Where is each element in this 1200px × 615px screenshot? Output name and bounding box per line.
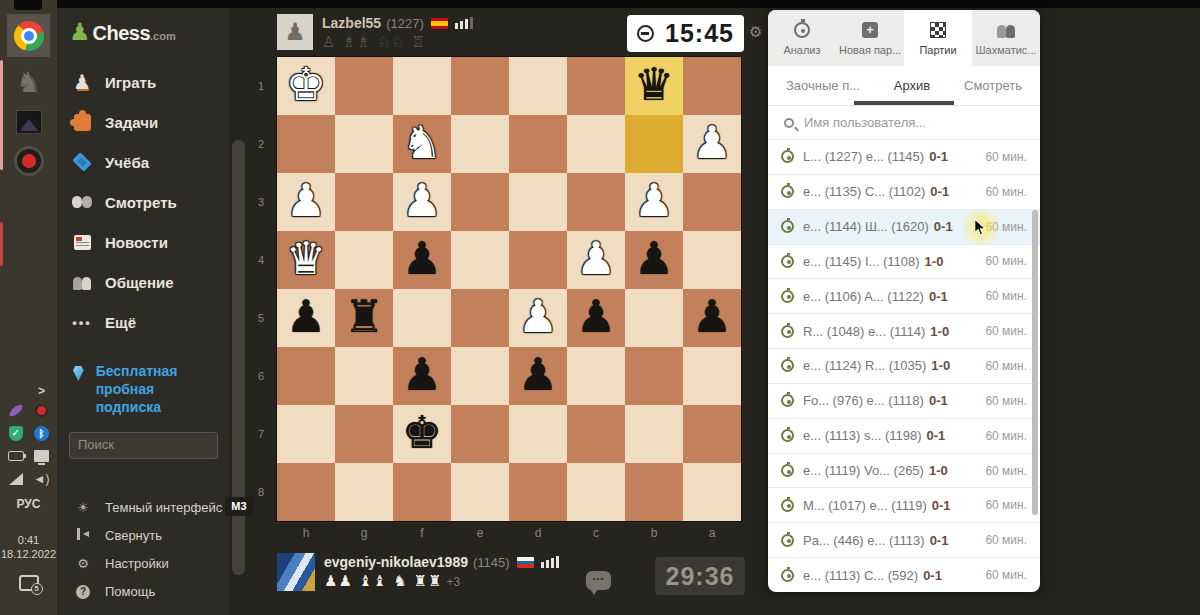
black-pawn[interactable]: ♟: [567, 289, 625, 347]
game-time-control: 60 мин.: [985, 254, 1027, 268]
network-icon[interactable]: [8, 471, 24, 487]
logo-domain: .com: [150, 30, 176, 42]
volume-icon[interactable]: ◄): [34, 471, 50, 487]
game-result: 0-1: [934, 219, 953, 234]
square-c2[interactable]: [567, 115, 625, 173]
photos-app-icon[interactable]: [0, 110, 57, 138]
square-a8[interactable]: [683, 463, 741, 521]
logo-pawn-icon: ♟: [69, 18, 91, 46]
black-pawn[interactable]: ♟: [683, 289, 741, 347]
game-result: 0-1: [929, 393, 948, 408]
square-f2[interactable]: ♞: [393, 115, 451, 173]
antivirus-shield-icon[interactable]: ✓: [8, 425, 24, 441]
game-clock-icon: [781, 290, 794, 303]
bottom-player-rating: (1145): [473, 555, 510, 570]
bottom-player-name[interactable]: evgeniy-nikolaev1989: [324, 554, 468, 570]
tab-analysis[interactable]: Анализ: [768, 10, 836, 66]
black-clock: 29:36: [655, 557, 745, 595]
square-h1[interactable]: ♚: [277, 57, 335, 115]
square-f5[interactable]: [393, 289, 451, 347]
square-d4[interactable]: [509, 231, 567, 289]
white-knight[interactable]: ♞: [393, 115, 451, 173]
game-result: 1-0: [929, 463, 948, 478]
sidebar-item-news[interactable]: Новости: [57, 222, 230, 262]
white-pawn[interactable]: ♟: [509, 289, 567, 347]
screen-record-button[interactable]: [0, 146, 57, 180]
archive-game-row[interactable]: e... (1106) A... (1122)0-160 мин.: [768, 279, 1040, 314]
square-d1[interactable]: [509, 57, 567, 115]
game-clock-icon: [781, 534, 794, 547]
game-time-control: 60 мин.: [985, 150, 1027, 164]
square-b3[interactable]: ♟: [625, 173, 683, 231]
free-trial-label: Бесплатная пробная подписка: [96, 362, 222, 416]
binoc-icon: [71, 191, 93, 213]
rank-label: 4: [252, 231, 270, 289]
dots-icon: •••: [71, 311, 93, 333]
game-players: e... (1124) R... (1035): [803, 358, 926, 373]
captured-extra: +3: [446, 575, 460, 589]
russia-flag-icon: [517, 557, 534, 568]
square-h2[interactable]: [277, 115, 335, 173]
square-c3[interactable]: [567, 173, 625, 231]
sidebar-item-label: Общение: [105, 274, 174, 291]
game-time-control: 60 мин.: [985, 324, 1027, 338]
plus-square-icon: +: [860, 20, 880, 40]
logo-brand: Chess: [93, 22, 151, 45]
square-g8[interactable]: [335, 463, 393, 521]
file-label: c: [567, 523, 625, 543]
black-pawn[interactable]: ♟: [625, 231, 683, 289]
rank-label: 1: [252, 57, 270, 115]
archive-game-row[interactable]: e... (1113) C... (592)0-160 мин.: [768, 558, 1040, 592]
black-pawn[interactable]: ♟: [509, 347, 567, 405]
game-clock-icon: [781, 569, 794, 582]
file-label: a: [683, 523, 741, 543]
archive-game-row[interactable]: e... (1113) s... (1198)0-160 мин.: [768, 419, 1040, 454]
game-clock-icon: [781, 464, 794, 477]
square-b8[interactable]: [625, 463, 683, 521]
game-players: e... (1119) Vo... (265): [803, 463, 924, 478]
game-players: e... (1113) C... (592): [803, 568, 918, 583]
game-players: e... (1106) A... (1122): [803, 289, 924, 304]
display-icon[interactable]: [34, 448, 50, 464]
white-clock: 15:45: [627, 15, 744, 52]
square-b1[interactable]: ♛: [625, 57, 683, 115]
white-clock-time: 15:45: [665, 19, 734, 48]
square-g7[interactable]: [335, 405, 393, 463]
square-b6[interactable]: [625, 347, 683, 405]
game-players: R... (1048) e... (1114): [803, 324, 925, 339]
game-players: Pa... (446) e... (1113): [803, 533, 925, 548]
sidebar-item-dots[interactable]: •••Ещё: [57, 302, 230, 342]
record-tray-icon[interactable]: [34, 402, 50, 418]
footer-item-help[interactable]: ?Помощь: [57, 577, 230, 605]
file-label: e: [451, 523, 509, 543]
archive-game-list: L... (1227) e... (1145)0-160 мин.e... (1…: [768, 140, 1040, 592]
taskbar: ♞ > ✓ ᛒ ◄) РУС 0:41 18.12.2022 5: [0, 0, 57, 615]
sidebar-search-input[interactable]: Поиск: [69, 432, 218, 459]
square-e5[interactable]: [451, 289, 509, 347]
stopwatch-icon: [792, 20, 812, 40]
archive-game-row[interactable]: e... (1145) I... (1108)1-060 мин.: [768, 245, 1040, 280]
square-c8[interactable]: [567, 463, 625, 521]
black-pawn[interactable]: ♟: [277, 289, 335, 347]
game-clock-icon: [781, 429, 794, 442]
footer-item-collapse[interactable]: Свернуть: [57, 521, 230, 549]
tab-games[interactable]: Партии: [904, 10, 972, 66]
game-players: e... (1144) Ш... (1620): [803, 219, 929, 234]
mouse-cursor: [971, 218, 989, 242]
top-player-avatar[interactable]: ♟: [277, 14, 313, 50]
footer-item-settings[interactable]: ⚙Настройки: [57, 549, 230, 577]
square-g4[interactable]: [335, 231, 393, 289]
sidebar-item-binoc[interactable]: Смотреть: [57, 182, 230, 222]
square-f3[interactable]: ♟: [393, 173, 451, 231]
search-icon: [784, 118, 794, 128]
sidebar-item-cap[interactable]: Учёба: [57, 142, 230, 182]
white-king[interactable]: ♚: [277, 57, 335, 115]
game-clock-icon: [781, 499, 794, 512]
square-f1[interactable]: [393, 57, 451, 115]
game-time-control: 60 мин.: [985, 533, 1027, 547]
black-rook[interactable]: ♜: [335, 289, 393, 347]
square-c1[interactable]: [567, 57, 625, 115]
rank-label: 7: [252, 405, 270, 463]
game-result: 1-0: [931, 358, 950, 373]
square-e1[interactable]: [451, 57, 509, 115]
system-tray: > ✓ ᛒ ◄) РУС 0:41 18.12.2022 5: [0, 384, 57, 591]
file-label: f: [393, 523, 451, 543]
game-result: 0-1: [930, 184, 949, 199]
sidebar: ♟ Chess .com ♟ИгратьЗадачиУчёбаСмотретьН…: [57, 8, 230, 615]
square-f6[interactable]: ♟: [393, 347, 451, 405]
game-result: 1-0: [930, 324, 949, 339]
square-a6[interactable]: [683, 347, 741, 405]
subtab-archive[interactable]: Архив: [894, 78, 930, 93]
game-players: e... (1135) C... (1102): [803, 184, 925, 199]
clock-time: 0:41: [0, 533, 57, 547]
archive-game-row[interactable]: e... (1144) Ш... (1620)0-160 мин.: [768, 210, 1040, 245]
game-clock-icon: [781, 220, 794, 233]
connection-bars-icon: [455, 17, 473, 29]
file-labels: hgfedcba: [277, 523, 741, 543]
bluetooth-icon[interactable]: ᛒ: [34, 425, 50, 441]
black-pawn[interactable]: ♟: [393, 347, 451, 405]
square-b4[interactable]: ♟: [625, 231, 683, 289]
help-icon: ?: [73, 583, 93, 599]
square-c5[interactable]: ♟: [567, 289, 625, 347]
square-b2[interactable]: [625, 115, 683, 173]
play-icon: ♟: [71, 71, 93, 93]
sidebar-item-people[interactable]: Общение: [57, 262, 230, 302]
collapse-icon: [73, 528, 93, 543]
footer-item-label: Помощь: [105, 584, 155, 599]
language-indicator[interactable]: РУС: [0, 497, 57, 511]
game-clock-icon: [781, 394, 794, 407]
game-players: L... (1227) e... (1145): [803, 149, 924, 164]
chat-bubble-icon[interactable]: [586, 571, 611, 590]
subtab-daily[interactable]: Заочные п...: [786, 78, 860, 93]
clock-date: 18.12.2022: [0, 547, 57, 561]
photo-icon: [16, 110, 42, 134]
square-c7[interactable]: [567, 405, 625, 463]
sidebar-item-label: Играть: [105, 74, 156, 91]
game-clock-icon: [781, 185, 794, 198]
footer-item-label: Свернуть: [105, 528, 162, 543]
black-queen[interactable]: ♛: [625, 57, 683, 115]
username-search-input[interactable]: Имя пользователя...: [768, 106, 1040, 140]
panel-tabs: Анализ +Новая пар... Партии Шахматис...: [768, 10, 1040, 66]
games-panel: Анализ +Новая пар... Партии Шахматис... …: [768, 10, 1040, 592]
game-time-control: 60 мин.: [985, 568, 1027, 582]
sidebar-footer: ☀Темный интерфейсСвернуть⚙Настройки?Помо…: [57, 493, 230, 605]
square-g6[interactable]: [335, 347, 393, 405]
file-label: b: [625, 523, 683, 543]
game-result: 0-1: [930, 533, 949, 548]
news-icon: [71, 231, 93, 253]
free-trial-link[interactable]: Бесплатная пробная подписка: [57, 342, 230, 416]
game-time-control: 60 мин.: [985, 498, 1027, 512]
sidebar-item-label: Задачи: [105, 114, 158, 131]
notification-center-icon[interactable]: 5: [19, 575, 39, 591]
file-label: h: [277, 523, 335, 543]
chrome-icon: [14, 21, 44, 51]
rank-label: 2: [252, 115, 270, 173]
game-result: 0-1: [927, 428, 946, 443]
square-a7[interactable]: [683, 405, 741, 463]
sidebar-item-puzzle[interactable]: Задачи: [57, 102, 230, 142]
archive-game-row[interactable]: Pa... (446) e... (1113)0-160 мин.: [768, 523, 1040, 558]
square-a3[interactable]: [683, 173, 741, 231]
notification-badge: 5: [31, 583, 43, 595]
square-b7[interactable]: [625, 405, 683, 463]
connection-bars-icon: [541, 556, 559, 568]
white-pawn[interactable]: ♟: [393, 173, 451, 231]
black-clock-time: 29:36: [666, 562, 735, 591]
game-time-control: 60 мин.: [985, 429, 1027, 443]
rank-label: 3: [252, 173, 270, 231]
settings-icon: ⚙: [73, 556, 93, 571]
panel-subtabs: Заочные п... Архив Смотреть: [768, 66, 1040, 106]
game-time-control: 60 мин.: [985, 359, 1027, 373]
active-subtab-underline: [854, 101, 954, 105]
sidebar-item-label: Учёба: [105, 154, 149, 171]
square-a2[interactable]: ♟: [683, 115, 741, 173]
chess-board[interactable]: ♚♛♞♟♟♟♟♛♟♟♟♟♜♟♟♟♟♟♚: [277, 57, 741, 521]
game-result: 0-1: [932, 498, 951, 513]
puzzle-icon: [71, 111, 93, 133]
square-h8[interactable]: [277, 463, 335, 521]
archive-game-row[interactable]: R... (1048) e... (1114)1-060 мин.: [768, 314, 1040, 349]
record-icon: [14, 146, 44, 176]
game-clock-icon: [781, 255, 794, 268]
top-player-name[interactable]: Lazbel55: [322, 15, 381, 31]
bottom-captured-pieces: ♟♟ ♝♝ ♞ ♜♜+3: [324, 572, 460, 590]
square-e2[interactable]: [451, 115, 509, 173]
archive-game-row[interactable]: L... (1227) e... (1145)0-160 мин.: [768, 140, 1040, 175]
square-e4[interactable]: [451, 231, 509, 289]
square-g2[interactable]: [335, 115, 393, 173]
clock-minus-icon: [637, 25, 654, 42]
square-f4[interactable]: ♟: [393, 231, 451, 289]
people-icon: [71, 271, 93, 293]
game-clock-icon: [781, 325, 794, 338]
battery-icon[interactable]: [8, 448, 24, 464]
screen: ♞ > ✓ ᛒ ◄) РУС 0:41 18.12.2022 5: [0, 0, 1200, 615]
archive-game-row[interactable]: e... (1135) C... (1102)0-160 мин.: [768, 175, 1040, 210]
square-h7[interactable]: [277, 405, 335, 463]
square-c4[interactable]: ♟: [567, 231, 625, 289]
white-pawn[interactable]: ♟: [683, 115, 741, 173]
file-label: d: [509, 523, 567, 543]
tab-new-game[interactable]: +Новая пар...: [836, 10, 904, 66]
square-d3[interactable]: [509, 173, 567, 231]
archive-game-row[interactable]: e... (1124) R... (1035)1-060 мин.: [768, 349, 1040, 384]
archive-game-row[interactable]: e... (1119) Vo... (265)1-060 мин.: [768, 454, 1040, 489]
cap-icon: [71, 151, 93, 173]
subtab-watch[interactable]: Смотреть: [964, 78, 1022, 93]
square-g1[interactable]: [335, 57, 393, 115]
diamond-icon: [73, 366, 84, 381]
pen-tray-icon[interactable]: [8, 402, 24, 418]
square-d7[interactable]: [509, 405, 567, 463]
game-result: 0-1: [929, 149, 948, 164]
game-players: e... (1113) s... (1198): [803, 428, 922, 443]
game-result: 1-0: [925, 254, 944, 269]
game-result: 0-1: [929, 289, 948, 304]
square-d8[interactable]: [509, 463, 567, 521]
game-clock-icon: [781, 150, 794, 163]
game-time-control: 60 мин.: [985, 185, 1027, 199]
square-a5[interactable]: ♟: [683, 289, 741, 347]
chrome-taskbar-button[interactable]: [7, 14, 50, 57]
black-pawn[interactable]: ♟: [393, 231, 451, 289]
game-time-control: 60 мин.: [985, 464, 1027, 478]
game-clock-icon: [781, 359, 794, 372]
checkerboard-icon: [928, 20, 948, 40]
square-d5[interactable]: ♟: [509, 289, 567, 347]
square-g3[interactable]: [335, 173, 393, 231]
square-h5[interactable]: ♟: [277, 289, 335, 347]
game-result: 0-1: [923, 568, 942, 583]
square-d2[interactable]: [509, 115, 567, 173]
footer-item-label: Темный интерфейс: [105, 500, 222, 515]
square-h4[interactable]: ♛: [277, 231, 335, 289]
sidebar-item-play[interactable]: ♟Играть: [57, 62, 230, 102]
square-a4[interactable]: [683, 231, 741, 289]
square-e3[interactable]: [451, 173, 509, 231]
sidebar-item-label: Новости: [105, 234, 168, 251]
bottom-player-avatar[interactable]: [277, 553, 315, 591]
scroll-label: M3: [225, 497, 253, 516]
top-player-rating: (1227): [386, 16, 424, 31]
window-notch: [14, 0, 42, 10]
square-e7[interactable]: [451, 405, 509, 463]
file-label: g: [335, 523, 393, 543]
archive-game-row[interactable]: M... (1017) e... (1119)0-160 мин.: [768, 488, 1040, 523]
chesscom-logo[interactable]: ♟ Chess .com: [57, 8, 230, 46]
game-time-control: 60 мин.: [985, 394, 1027, 408]
sidebar-menu: ♟ИгратьЗадачиУчёбаСмотретьНовостиОбщение…: [57, 62, 230, 342]
square-h3[interactable]: ♟: [277, 173, 335, 231]
top-captured-pieces: ♙ ♗♗ ♘♘ ♖: [322, 33, 426, 51]
square-h6[interactable]: [277, 347, 335, 405]
game-players: M... (1017) e... (1119): [803, 498, 927, 513]
square-d6[interactable]: ♟: [509, 347, 567, 405]
theme-icon: ☀: [73, 500, 93, 515]
white-pawn[interactable]: ♟: [277, 173, 335, 231]
people-icon: [996, 20, 1016, 40]
panel-scrollbar[interactable]: [1032, 210, 1038, 515]
archive-game-row[interactable]: Fo... (976) e... (1118)0-160 мин.: [768, 384, 1040, 419]
rank-label: 6: [252, 347, 270, 405]
chess-app-icon[interactable]: ♞: [0, 66, 57, 99]
white-pawn[interactable]: ♟: [625, 173, 683, 231]
footer-item-theme[interactable]: ☀Темный интерфейс: [57, 493, 230, 521]
square-e8[interactable]: [451, 463, 509, 521]
tab-players[interactable]: Шахматис...: [972, 10, 1040, 66]
game-players: Fo... (976) e... (1118): [803, 393, 924, 408]
game-time-control: 60 мин.: [985, 289, 1027, 303]
rank-label: 8: [252, 463, 270, 521]
square-a1[interactable]: [683, 57, 741, 115]
footer-item-label: Настройки: [105, 556, 169, 571]
square-e6[interactable]: [451, 347, 509, 405]
sidebar-item-label: Смотреть: [105, 194, 177, 211]
white-queen[interactable]: ♛: [277, 231, 335, 289]
square-f8[interactable]: [393, 463, 451, 521]
white-pawn[interactable]: ♟: [567, 231, 625, 289]
spain-flag-icon: [431, 18, 448, 29]
recording-accent-bar: [0, 222, 3, 266]
tray-expand-chevron[interactable]: >: [0, 384, 57, 398]
square-c6[interactable]: [567, 347, 625, 405]
rank-label: 5: [252, 289, 270, 347]
square-b5[interactable]: [625, 289, 683, 347]
game-players: e... (1145) I... (1108): [803, 254, 920, 269]
rank-labels: 12345678: [252, 57, 270, 521]
window-top-edge: [0, 0, 1200, 8]
black-king[interactable]: ♚: [393, 405, 451, 463]
square-f7[interactable]: ♚: [393, 405, 451, 463]
board-settings-gear-icon[interactable]: ⚙: [749, 23, 762, 41]
square-g5[interactable]: ♜: [335, 289, 393, 347]
sidebar-item-label: Ещё: [105, 314, 136, 331]
